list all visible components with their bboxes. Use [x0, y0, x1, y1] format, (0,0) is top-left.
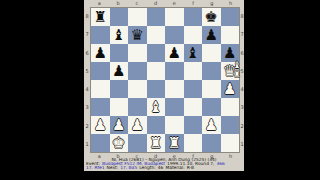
square-c5[interactable] [128, 62, 147, 80]
white-pawn-a2[interactable]: ♟ [94, 118, 107, 133]
square-c7[interactable]: ♛ [128, 26, 147, 44]
chess-viewer-panel: abcdefgh 87654321 87654321 ♜♚♝♛♟♟♟♝♟♟♛♟♝… [84, 0, 244, 171]
square-d8[interactable] [147, 8, 166, 26]
square-a1[interactable] [91, 134, 110, 152]
rank-label-right-6: 6 [240, 44, 244, 62]
file-label-top-f: f [184, 0, 203, 7]
black-pawn-a6[interactable]: ♟ [94, 46, 107, 61]
square-h2[interactable] [221, 116, 240, 134]
black-pawn-h6[interactable]: ♟ [223, 46, 236, 61]
square-a4[interactable] [91, 80, 110, 98]
square-e2[interactable] [165, 116, 184, 134]
black-king-g8[interactable]: ♚ [205, 10, 218, 25]
white-pawn-b2[interactable]: ♟ [112, 118, 125, 133]
length-value: 46 [158, 166, 164, 170]
square-b1[interactable]: ♚ [110, 134, 129, 152]
square-f8[interactable] [184, 8, 203, 26]
white-rook-d1[interactable]: ♜ [149, 136, 162, 151]
square-b4[interactable] [110, 80, 129, 98]
rank-label-right-8: 8 [240, 7, 244, 25]
moves-line: 17. Rfe1Next:17. Bd5Length:46Material:R-… [86, 166, 242, 170]
square-e5[interactable] [165, 62, 184, 80]
white-bishop-d3[interactable]: ♝ [149, 100, 162, 115]
square-f1[interactable] [184, 134, 203, 152]
square-e4[interactable] [165, 80, 184, 98]
square-g4[interactable] [202, 80, 221, 98]
black-pawn-g7[interactable]: ♟ [205, 28, 218, 43]
square-c6[interactable] [128, 44, 147, 62]
square-d6[interactable] [147, 44, 166, 62]
rank-label-right-3: 3 [240, 98, 244, 116]
file-label-top-g: g [203, 0, 222, 7]
square-f5[interactable] [184, 62, 203, 80]
material-label: Material: [165, 166, 184, 170]
square-g8[interactable]: ♚ [202, 8, 221, 26]
square-d4[interactable] [147, 80, 166, 98]
next-move[interactable]: 17. Bd5 [120, 166, 137, 170]
square-a8[interactable]: ♜ [91, 8, 110, 26]
file-label-top-a: a [90, 0, 109, 7]
square-b5[interactable]: ♟ [110, 62, 129, 80]
event-link[interactable]: Budapest FS12 IM, Budapest [102, 162, 165, 166]
square-d1[interactable]: ♜ [147, 134, 166, 152]
square-g5[interactable] [202, 62, 221, 80]
file-label-top-c: c [128, 0, 147, 7]
square-d5[interactable] [147, 62, 166, 80]
square-g3[interactable] [202, 98, 221, 116]
chess-board[interactable]: ♜♚♝♛♟♟♟♝♟♟♛♟♝♟♟♟♟♚♜♜ [90, 7, 240, 153]
square-b7[interactable]: ♝ [110, 26, 129, 44]
black-pawn-b5[interactable]: ♟ [112, 64, 125, 79]
game-number-link[interactable]: 366 [217, 162, 225, 166]
square-h4[interactable]: ♟ [221, 80, 240, 98]
file-labels-top: abcdefgh [90, 0, 240, 7]
file-label-top-e: e [165, 0, 184, 7]
length-label: Length: [139, 166, 156, 170]
square-g7[interactable]: ♟ [202, 26, 221, 44]
square-c1[interactable] [128, 134, 147, 152]
square-b6[interactable] [110, 44, 129, 62]
square-f6[interactable]: ♝ [184, 44, 203, 62]
rank-label-right-2: 2 [240, 117, 244, 135]
black-queen-c7[interactable]: ♛ [131, 28, 144, 43]
white-pawn-g2[interactable]: ♟ [205, 118, 218, 133]
square-c4[interactable] [128, 80, 147, 98]
square-a5[interactable] [91, 62, 110, 80]
file-label-top-h: h [221, 0, 240, 7]
square-f3[interactable] [184, 98, 203, 116]
square-f2[interactable] [184, 116, 203, 134]
file-label-top-b: b [109, 0, 128, 7]
square-b3[interactable] [110, 98, 129, 116]
rank-label-right-1: 1 [240, 135, 244, 153]
square-a2[interactable]: ♟ [91, 116, 110, 134]
square-g6[interactable] [202, 44, 221, 62]
white-pawn-c2[interactable]: ♟ [131, 118, 144, 133]
black-rook-a8[interactable]: ♜ [94, 10, 107, 25]
square-h8[interactable] [221, 8, 240, 26]
square-a6[interactable]: ♟ [91, 44, 110, 62]
black-bishop-f6[interactable]: ♝ [186, 46, 199, 61]
white-rook-e1[interactable]: ♜ [168, 136, 181, 151]
square-b8[interactable] [110, 8, 129, 26]
square-b2[interactable]: ♟ [110, 116, 129, 134]
square-h1[interactable] [221, 134, 240, 152]
video-frame: abcdefgh 87654321 87654321 ♜♚♝♛♟♟♟♝♟♟♛♟♝… [0, 0, 320, 180]
square-d2[interactable] [147, 116, 166, 134]
square-d3[interactable]: ♝ [147, 98, 166, 116]
next-label: Next: [106, 166, 118, 170]
square-a7[interactable] [91, 26, 110, 44]
rank-labels-right: 87654321 [240, 7, 244, 153]
square-d7[interactable] [147, 26, 166, 44]
material-value: R-B [187, 166, 194, 170]
square-g1[interactable] [202, 134, 221, 152]
square-h3[interactable] [221, 98, 240, 116]
material-rook-icon: ♜ [233, 70, 244, 79]
square-e3[interactable] [165, 98, 184, 116]
move-played[interactable]: 17. Rfe1 [86, 166, 104, 170]
rank-label-right-4: 4 [240, 80, 244, 98]
rank-label-right-7: 7 [240, 25, 244, 43]
event-label: Event: [86, 162, 100, 166]
square-e1[interactable]: ♜ [165, 134, 184, 152]
square-c8[interactable] [128, 8, 147, 26]
event-date-round: 1999.11.10, Round 7, [167, 162, 214, 166]
square-e7[interactable] [165, 26, 184, 44]
caption-area: Ni, Hua (2681) – Nguyen, Anh Dung (2525)… [86, 158, 242, 171]
square-f4[interactable] [184, 80, 203, 98]
square-c3[interactable] [128, 98, 147, 116]
black-bishop-b7[interactable]: ♝ [112, 28, 125, 43]
file-label-top-d: d [146, 0, 165, 7]
square-e6[interactable]: ♟ [165, 44, 184, 62]
white-king-b1[interactable]: ♚ [112, 136, 125, 151]
square-a3[interactable] [91, 98, 110, 116]
square-f7[interactable] [184, 26, 203, 44]
material-tray: ♝♜ [233, 61, 244, 79]
square-g2[interactable]: ♟ [202, 116, 221, 134]
square-h7[interactable] [221, 26, 240, 44]
square-e8[interactable] [165, 8, 184, 26]
square-c2[interactable]: ♟ [128, 116, 147, 134]
white-pawn-h4[interactable]: ♟ [223, 82, 236, 97]
black-pawn-e6[interactable]: ♟ [168, 46, 181, 61]
